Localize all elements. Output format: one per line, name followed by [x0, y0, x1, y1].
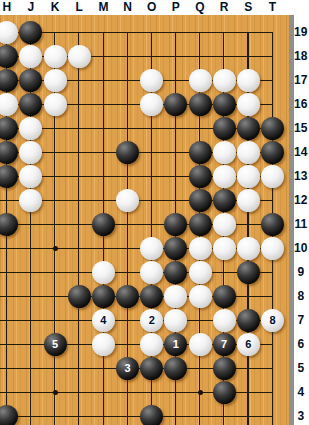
- black-stone-H11[interactable]: [0, 213, 18, 236]
- black-stone-H13[interactable]: [0, 165, 18, 188]
- move-number-label: 7: [221, 338, 227, 350]
- white-stone-R17[interactable]: [213, 69, 236, 92]
- white-stone-K17[interactable]: [44, 69, 67, 92]
- goban[interactable]: 42851763: [0, 15, 289, 425]
- black-stone-T14[interactable]: [261, 141, 284, 164]
- black-stone-Q14[interactable]: [189, 141, 212, 164]
- black-stone-R15[interactable]: [213, 117, 236, 140]
- white-stone-J14[interactable]: [19, 141, 42, 164]
- white-stone-J13[interactable]: [19, 165, 42, 188]
- row-label-19: 19: [294, 25, 309, 39]
- star-point-K4: [53, 390, 58, 395]
- row-label-10: 10: [294, 241, 309, 255]
- row-label-11: 11: [294, 217, 309, 231]
- column-label-P: P: [167, 0, 185, 15]
- row-labels-strip: 191817161514131211109876543: [294, 15, 309, 425]
- black-stone-R5[interactable]: [213, 357, 236, 380]
- column-label-T: T: [263, 0, 281, 15]
- white-stone-K18[interactable]: [44, 45, 67, 68]
- white-stone-R7[interactable]: [213, 309, 236, 332]
- row-label-7: 7: [294, 313, 309, 327]
- column-label-K: K: [46, 0, 64, 15]
- black-stone-T15[interactable]: [261, 117, 284, 140]
- white-stone-S17[interactable]: [237, 69, 260, 92]
- white-stone-P7[interactable]: [164, 309, 187, 332]
- black-stone-H18[interactable]: [0, 45, 18, 68]
- black-stone-R16[interactable]: [213, 93, 236, 116]
- black-stone-P5[interactable]: [164, 357, 187, 380]
- white-stone-R11[interactable]: [213, 213, 236, 236]
- white-stone-L18[interactable]: [68, 45, 91, 68]
- move-number-label: 2: [149, 314, 155, 326]
- black-stone-H3[interactable]: [0, 405, 18, 425]
- move-number-label: 3: [124, 362, 130, 374]
- white-stone-Q17[interactable]: [189, 69, 212, 92]
- column-label-L: L: [70, 0, 88, 15]
- move-number-label: 6: [245, 338, 251, 350]
- black-stone-P9[interactable]: [164, 261, 187, 284]
- row-label-6: 6: [294, 337, 309, 351]
- row-label-13: 13: [294, 169, 309, 183]
- white-stone-T7[interactable]: 8: [261, 309, 284, 332]
- white-stone-J12[interactable]: [19, 189, 42, 212]
- white-stone-M9[interactable]: [92, 261, 115, 284]
- move-number-label: 8: [269, 314, 275, 326]
- row-label-8: 8: [294, 289, 309, 303]
- white-stone-M6[interactable]: [92, 333, 115, 356]
- white-stone-H16[interactable]: [0, 93, 18, 116]
- black-stone-O5[interactable]: [140, 357, 163, 380]
- black-stone-R8[interactable]: [213, 285, 236, 308]
- black-stone-J16[interactable]: [19, 93, 42, 116]
- row-label-12: 12: [294, 193, 309, 207]
- black-stone-R12[interactable]: [213, 189, 236, 212]
- star-point-Q4: [198, 390, 203, 395]
- white-stone-O9[interactable]: [140, 261, 163, 284]
- black-stone-T11[interactable]: [261, 213, 284, 236]
- row-label-16: 16: [294, 97, 309, 111]
- white-stone-R14[interactable]: [213, 141, 236, 164]
- white-stone-Q8[interactable]: [189, 285, 212, 308]
- white-stone-S16[interactable]: [237, 93, 260, 116]
- white-stone-S10[interactable]: [237, 237, 260, 260]
- row-label-5: 5: [294, 361, 309, 375]
- column-label-Q: Q: [191, 0, 209, 15]
- column-label-J: J: [22, 0, 40, 15]
- black-stone-P6[interactable]: 1: [164, 333, 187, 356]
- white-stone-R10[interactable]: [213, 237, 236, 260]
- move-number-label: 4: [100, 314, 106, 326]
- white-stone-O10[interactable]: [140, 237, 163, 260]
- white-stone-Q9[interactable]: [189, 261, 212, 284]
- white-stone-R13[interactable]: [213, 165, 236, 188]
- black-stone-R4[interactable]: [213, 381, 236, 404]
- white-stone-M7[interactable]: 4: [92, 309, 115, 332]
- white-stone-O17[interactable]: [140, 69, 163, 92]
- black-stone-N8[interactable]: [116, 285, 139, 308]
- black-stone-K6[interactable]: 5: [44, 333, 67, 356]
- black-stone-O8[interactable]: [140, 285, 163, 308]
- white-stone-S12[interactable]: [237, 189, 260, 212]
- go-board-viewer: HJKLMNOPQRST 42851763 191817161514131211…: [0, 0, 308, 425]
- black-stone-S7[interactable]: [237, 309, 260, 332]
- black-stone-N14[interactable]: [116, 141, 139, 164]
- row-label-17: 17: [294, 73, 309, 87]
- black-stone-S9[interactable]: [237, 261, 260, 284]
- black-stone-P10[interactable]: [164, 237, 187, 260]
- black-stone-J19[interactable]: [19, 21, 42, 44]
- black-stone-L8[interactable]: [68, 285, 91, 308]
- white-stone-K16[interactable]: [44, 93, 67, 116]
- white-stone-O16[interactable]: [140, 93, 163, 116]
- column-label-H: H: [0, 0, 16, 15]
- row-label-18: 18: [294, 49, 309, 63]
- white-stone-S14[interactable]: [237, 141, 260, 164]
- white-stone-N12[interactable]: [116, 189, 139, 212]
- white-stone-O7[interactable]: 2: [140, 309, 163, 332]
- white-stone-J18[interactable]: [19, 45, 42, 68]
- black-stone-Q16[interactable]: [189, 93, 212, 116]
- row-label-15: 15: [294, 121, 309, 135]
- column-label-R: R: [215, 0, 233, 15]
- white-stone-T10[interactable]: [261, 237, 284, 260]
- row-label-3: 3: [294, 409, 309, 423]
- black-stone-Q13[interactable]: [189, 165, 212, 188]
- column-label-O: O: [143, 0, 161, 15]
- column-label-S: S: [239, 0, 257, 15]
- black-stone-M11[interactable]: [92, 213, 115, 236]
- black-stone-H15[interactable]: [0, 117, 18, 140]
- black-stone-Q11[interactable]: [189, 213, 212, 236]
- star-point-K10: [53, 246, 58, 251]
- white-stone-O6[interactable]: [140, 333, 163, 356]
- black-stone-J17[interactable]: [19, 69, 42, 92]
- white-stone-S6[interactable]: 6: [237, 333, 260, 356]
- row-label-9: 9: [294, 265, 309, 279]
- white-stone-H19[interactable]: [0, 21, 18, 44]
- black-stone-R6[interactable]: 7: [213, 333, 236, 356]
- white-stone-J15[interactable]: [19, 117, 42, 140]
- black-stone-P11[interactable]: [164, 213, 187, 236]
- black-stone-S15[interactable]: [237, 117, 260, 140]
- black-stone-N5[interactable]: 3: [116, 357, 139, 380]
- white-stone-Q6[interactable]: [189, 333, 212, 356]
- black-stone-P16[interactable]: [164, 93, 187, 116]
- black-stone-H14[interactable]: [0, 141, 18, 164]
- black-stone-Q12[interactable]: [189, 189, 212, 212]
- white-stone-Q10[interactable]: [189, 237, 212, 260]
- white-stone-T13[interactable]: [261, 165, 284, 188]
- row-label-14: 14: [294, 145, 309, 159]
- white-stone-S13[interactable]: [237, 165, 260, 188]
- black-stone-H17[interactable]: [0, 69, 18, 92]
- column-labels-strip: HJKLMNOPQRST: [0, 0, 308, 15]
- column-label-M: M: [94, 0, 112, 15]
- move-number-label: 1: [173, 338, 179, 350]
- move-number-label: 5: [52, 338, 58, 350]
- white-stone-P8[interactable]: [164, 285, 187, 308]
- column-label-N: N: [119, 0, 137, 15]
- row-label-4: 4: [294, 385, 309, 399]
- black-stone-O3[interactable]: [140, 405, 163, 425]
- black-stone-M8[interactable]: [92, 285, 115, 308]
